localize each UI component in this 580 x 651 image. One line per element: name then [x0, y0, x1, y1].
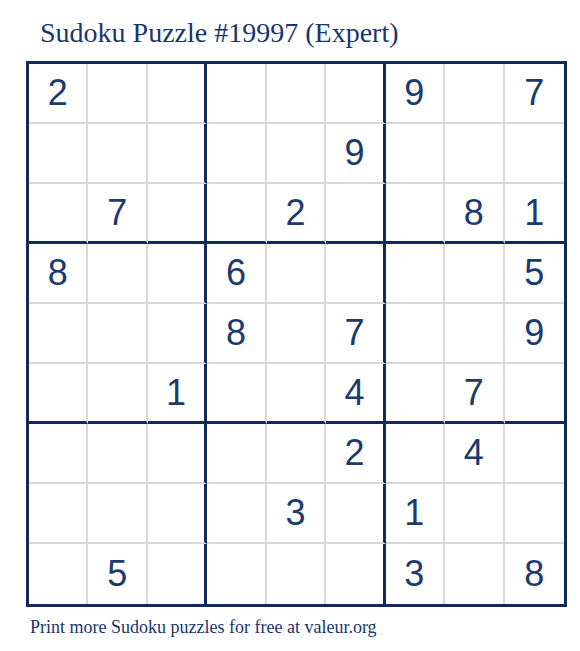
- cell-r8c4: [207, 484, 266, 544]
- cell-r5c1: [29, 304, 88, 364]
- cell-r2c8: [445, 124, 504, 184]
- cell-r5c9: 9: [505, 304, 564, 364]
- cell-r1c8: [445, 64, 504, 124]
- cell-r7c6: 2: [326, 424, 385, 484]
- cell-r6c3: 1: [148, 364, 207, 424]
- cell-r1c5: [267, 64, 326, 124]
- cell-r3c4: [207, 184, 266, 244]
- cell-r7c2: [88, 424, 147, 484]
- cell-r7c8: 4: [445, 424, 504, 484]
- cell-r9c9: 8: [505, 544, 564, 604]
- cell-r4c8: [445, 244, 504, 304]
- cell-r4c1: 8: [29, 244, 88, 304]
- cell-r9c6: [326, 544, 385, 604]
- cell-r2c3: [148, 124, 207, 184]
- sudoku-board: 297972818658791472431538: [26, 61, 567, 607]
- cell-r2c2: [88, 124, 147, 184]
- cell-r1c1: 2: [29, 64, 88, 124]
- cell-r1c6: [326, 64, 385, 124]
- cell-r8c6: [326, 484, 385, 544]
- cell-r2c1: [29, 124, 88, 184]
- cell-r4c6: [326, 244, 385, 304]
- cell-r2c5: [267, 124, 326, 184]
- cell-r6c9: [505, 364, 564, 424]
- cell-r3c8: 8: [445, 184, 504, 244]
- sudoku-page: Sudoku Puzzle #19997 (Expert) 2979728186…: [0, 0, 580, 651]
- cell-r5c4: 8: [207, 304, 266, 364]
- cell-r6c5: [267, 364, 326, 424]
- cell-r3c3: [148, 184, 207, 244]
- cell-r5c3: [148, 304, 207, 364]
- cell-r2c7: [386, 124, 445, 184]
- cell-r9c8: [445, 544, 504, 604]
- cell-r8c8: [445, 484, 504, 544]
- cell-r4c3: [148, 244, 207, 304]
- cell-r6c8: 7: [445, 364, 504, 424]
- cell-r3c9: 1: [505, 184, 564, 244]
- cell-r8c3: [148, 484, 207, 544]
- cell-r4c2: [88, 244, 147, 304]
- cell-r7c4: [207, 424, 266, 484]
- page-title: Sudoku Puzzle #19997 (Expert): [40, 18, 399, 49]
- cell-r1c9: 7: [505, 64, 564, 124]
- cell-r5c6: 7: [326, 304, 385, 364]
- cell-r6c7: [386, 364, 445, 424]
- cell-r3c2: 7: [88, 184, 147, 244]
- cell-r1c7: 9: [386, 64, 445, 124]
- cell-r2c6: 9: [326, 124, 385, 184]
- cell-r6c4: [207, 364, 266, 424]
- cell-r9c4: [207, 544, 266, 604]
- cell-r4c4: 6: [207, 244, 266, 304]
- cell-r8c5: 3: [267, 484, 326, 544]
- cell-r5c8: [445, 304, 504, 364]
- cell-r7c9: [505, 424, 564, 484]
- cell-r3c5: 2: [267, 184, 326, 244]
- cell-r9c7: 3: [386, 544, 445, 604]
- cell-r2c4: [207, 124, 266, 184]
- cell-r7c1: [29, 424, 88, 484]
- cell-r7c3: [148, 424, 207, 484]
- cell-r7c5: [267, 424, 326, 484]
- cell-r3c6: [326, 184, 385, 244]
- cell-r1c4: [207, 64, 266, 124]
- cell-r9c2: 5: [88, 544, 147, 604]
- cell-r8c2: [88, 484, 147, 544]
- footer-text: Print more Sudoku puzzles for free at va…: [30, 617, 377, 639]
- cell-r3c1: [29, 184, 88, 244]
- cell-r5c5: [267, 304, 326, 364]
- cell-r8c9: [505, 484, 564, 544]
- cell-r5c2: [88, 304, 147, 364]
- cell-r8c1: [29, 484, 88, 544]
- cell-r8c7: 1: [386, 484, 445, 544]
- cell-r7c7: [386, 424, 445, 484]
- cell-r4c5: [267, 244, 326, 304]
- cell-r9c1: [29, 544, 88, 604]
- cell-r6c1: [29, 364, 88, 424]
- cell-r9c3: [148, 544, 207, 604]
- cell-r6c6: 4: [326, 364, 385, 424]
- cell-r9c5: [267, 544, 326, 604]
- cell-r1c2: [88, 64, 147, 124]
- cell-r1c3: [148, 64, 207, 124]
- cell-r4c7: [386, 244, 445, 304]
- cell-r6c2: [88, 364, 147, 424]
- cell-r3c7: [386, 184, 445, 244]
- cell-r2c9: [505, 124, 564, 184]
- cell-r5c7: [386, 304, 445, 364]
- cell-r4c9: 5: [505, 244, 564, 304]
